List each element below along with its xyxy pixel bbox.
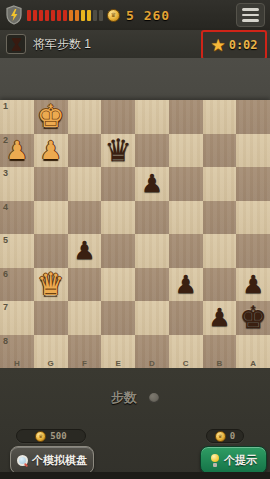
board-square[interactable]	[101, 167, 135, 201]
board-square[interactable]: F	[68, 335, 102, 369]
board-square[interactable]	[135, 201, 169, 235]
board-square[interactable]: ♚	[236, 301, 270, 335]
moves-dot-icon	[149, 393, 159, 403]
piece-black-pawn[interactable]: ♟	[73, 238, 95, 263]
energy-segment	[87, 10, 91, 21]
board-square[interactable]: D	[135, 335, 169, 369]
board-square[interactable]	[135, 301, 169, 335]
puzzle-title: 将军步数 1	[33, 36, 91, 53]
piece-black-pawn[interactable]: ♟	[208, 305, 230, 330]
lightbulb-icon	[210, 454, 220, 467]
board-square[interactable]	[101, 201, 135, 235]
energy-segment	[51, 10, 55, 21]
moves-counter-row: 步数	[0, 389, 270, 407]
file-label: E	[115, 359, 120, 368]
piece-black-pawn[interactable]: ♟	[242, 272, 264, 297]
board-square[interactable]: 4	[0, 201, 34, 235]
file-label: A	[250, 359, 256, 368]
board-square[interactable]	[68, 268, 102, 302]
board-square[interactable]	[101, 234, 135, 268]
board-square[interactable]: 8H	[0, 335, 34, 369]
file-label: C	[183, 359, 189, 368]
rank-label: 4	[3, 202, 8, 212]
piece-black-pawn[interactable]: ♟	[141, 171, 163, 196]
board-square[interactable]	[68, 301, 102, 335]
board-square[interactable]	[236, 100, 270, 134]
coin-icon: ♛	[215, 431, 226, 442]
board-square[interactable]	[169, 234, 203, 268]
board-square[interactable]	[68, 201, 102, 235]
board-square[interactable]: ♟	[34, 134, 68, 168]
energy-segment	[33, 10, 37, 21]
board-square[interactable]	[169, 301, 203, 335]
board-square[interactable]: E	[101, 335, 135, 369]
energy-segment	[99, 10, 103, 21]
coin-balance: 5 260	[126, 8, 170, 23]
board-square[interactable]	[68, 100, 102, 134]
board-square[interactable]	[135, 268, 169, 302]
rank-label: 5	[3, 235, 8, 245]
board-square[interactable]	[203, 201, 237, 235]
energy-segment	[45, 10, 49, 21]
file-label: B	[216, 359, 222, 368]
piece-white-pawn[interactable]: ♟	[39, 138, 61, 163]
board-square[interactable]	[203, 134, 237, 168]
board-square[interactable]	[135, 134, 169, 168]
rank-label: 3	[3, 168, 8, 178]
piece-black-queen[interactable]: ♛	[104, 135, 132, 166]
shield-lightning-icon	[5, 5, 23, 25]
simulate-price: 500	[50, 431, 66, 441]
board-square[interactable]: 7	[0, 301, 34, 335]
board-square[interactable]: ♛	[101, 134, 135, 168]
board-square[interactable]	[203, 268, 237, 302]
file-label: G	[48, 359, 54, 368]
piece-white-king[interactable]: ♚	[37, 101, 65, 132]
board-square[interactable]: C	[169, 335, 203, 369]
puzzle-bar: 将军步数 1 ★ 0:02	[0, 30, 270, 58]
board-square[interactable]: 5	[0, 234, 34, 268]
simulate-price-tag: ♛ 500	[16, 429, 86, 443]
hourglass-icon	[6, 34, 26, 54]
energy-segment	[27, 10, 31, 21]
board-square[interactable]: 1	[0, 100, 34, 134]
board-square[interactable]	[236, 201, 270, 235]
board-square[interactable]	[34, 301, 68, 335]
board-square[interactable]: G	[34, 335, 68, 369]
footer: 步数 ♛ 500 个模拟棋盘 ♛ 0 个提示	[0, 368, 270, 479]
board-square[interactable]	[34, 167, 68, 201]
board-square[interactable]: 3	[0, 167, 34, 201]
board-square[interactable]	[34, 234, 68, 268]
board-square[interactable]	[169, 100, 203, 134]
piece-white-pawn[interactable]: ♟	[6, 138, 28, 163]
board-square[interactable]: ♚	[34, 100, 68, 134]
board-square[interactable]	[169, 201, 203, 235]
board-square[interactable]	[203, 167, 237, 201]
board-square[interactable]: B	[203, 335, 237, 369]
energy-segment	[39, 10, 43, 21]
piece-white-queen[interactable]: ♛	[37, 269, 65, 300]
energy-segment	[75, 10, 79, 21]
hint-price-tag: ♛ 0	[206, 429, 244, 443]
board-square[interactable]	[101, 301, 135, 335]
magnifier-icon	[17, 455, 28, 466]
board-square[interactable]: ♟	[203, 301, 237, 335]
board-square[interactable]	[135, 234, 169, 268]
moves-label: 步数	[111, 389, 137, 407]
rank-label: 6	[3, 269, 8, 279]
simulate-board-label: 个模拟棋盘	[32, 453, 87, 468]
bottom-strip	[0, 472, 270, 479]
simulate-board-button[interactable]: 个模拟棋盘	[10, 446, 94, 474]
star-icon: ★	[210, 37, 225, 54]
app-screen: ♛ 5 260 将军步数 1 ★ 0:02 1♚2♟♟♛3♟45♟6♛♟♟7♟♚…	[0, 0, 270, 479]
board-square[interactable]	[236, 167, 270, 201]
board-square[interactable]	[68, 167, 102, 201]
board-square[interactable]	[135, 100, 169, 134]
hint-price: 0	[230, 431, 235, 441]
board-square[interactable]: A	[236, 335, 270, 369]
piece-black-king[interactable]: ♚	[239, 302, 267, 333]
energy-segment	[81, 10, 85, 21]
energy-segment	[63, 10, 67, 21]
file-label: H	[14, 359, 20, 368]
rank-label: 8	[3, 336, 8, 346]
board-square[interactable]	[68, 134, 102, 168]
hint-button[interactable]: 个提示	[200, 446, 267, 474]
board-square[interactable]	[236, 234, 270, 268]
board-square[interactable]: 2♟	[0, 134, 34, 168]
board-square[interactable]: ♟	[169, 268, 203, 302]
board-square[interactable]	[101, 100, 135, 134]
star-timer-highlight[interactable]: ★ 0:02	[201, 30, 267, 60]
board-square[interactable]	[169, 167, 203, 201]
energy-segment	[57, 10, 61, 21]
rank-label: 7	[3, 302, 8, 312]
board-square[interactable]	[101, 268, 135, 302]
piece-black-pawn[interactable]: ♟	[174, 272, 196, 297]
timer-value: 0:02	[229, 38, 258, 52]
board-square[interactable]	[34, 201, 68, 235]
energy-bar	[27, 10, 103, 21]
top-bar: ♛ 5 260	[0, 0, 270, 30]
board-square[interactable]: 6	[0, 268, 34, 302]
board-top-margin	[0, 58, 270, 100]
board-square[interactable]: ♟	[68, 234, 102, 268]
coin-icon: ♛	[107, 9, 120, 22]
chess-board[interactable]: 1♚2♟♟♛3♟45♟6♛♟♟7♟♚8HGFEDCBA	[0, 100, 270, 368]
board-square[interactable]	[203, 234, 237, 268]
board-square[interactable]: ♛	[34, 268, 68, 302]
board-square[interactable]: ♟	[236, 268, 270, 302]
energy-segment	[93, 10, 97, 21]
board-square[interactable]: ♟	[135, 167, 169, 201]
energy-segment	[69, 10, 73, 21]
hamburger-menu-button[interactable]	[236, 3, 265, 27]
hint-label: 个提示	[224, 453, 257, 468]
board-square[interactable]	[169, 134, 203, 168]
file-label: D	[149, 359, 155, 368]
file-label: F	[82, 359, 87, 368]
board-square[interactable]	[203, 100, 237, 134]
board-square[interactable]	[236, 134, 270, 168]
coin-icon: ♛	[35, 431, 46, 442]
rank-label: 1	[3, 101, 8, 111]
